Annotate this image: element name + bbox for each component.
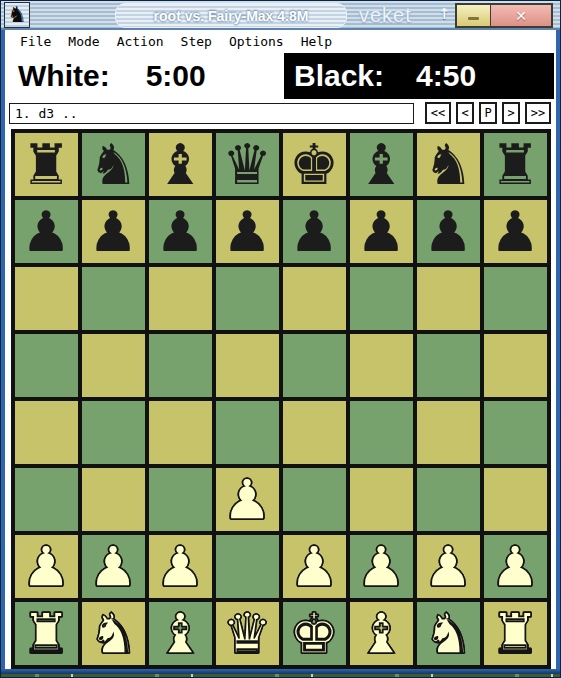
square-c8[interactable]: ♝ [149, 133, 212, 196]
white-pawn[interactable]: ♟ [222, 468, 272, 531]
menu-file[interactable]: File [20, 34, 51, 49]
square-f1[interactable]: ♝ [350, 602, 413, 665]
square-c7[interactable]: ♟ [149, 200, 212, 263]
square-a8[interactable]: ♜ [15, 133, 78, 196]
black-bishop[interactable]: ♝ [356, 133, 406, 196]
black-pawn[interactable]: ♟ [88, 200, 138, 263]
minimize-button[interactable] [457, 5, 490, 26]
xboard-window: ♞ root vs. Fairy-Max 4.8M veket ↑ ✕ File… [0, 0, 561, 678]
black-rook[interactable]: ♜ [21, 133, 71, 196]
square-b6[interactable] [82, 267, 145, 330]
square-g5[interactable] [417, 334, 480, 397]
white-pawn[interactable]: ♟ [88, 535, 138, 598]
square-c3[interactable] [149, 468, 212, 531]
window-body: File Mode Action Step Options Help White… [1, 30, 560, 669]
white-bishop[interactable]: ♝ [356, 602, 406, 665]
square-a7[interactable]: ♟ [15, 200, 78, 263]
square-c1[interactable]: ♝ [149, 602, 212, 665]
square-d7[interactable]: ♟ [216, 200, 279, 263]
square-g6[interactable] [417, 267, 480, 330]
black-clock: Black: 4:50 [284, 53, 554, 99]
square-f2[interactable]: ♟ [350, 535, 413, 598]
square-h6[interactable] [484, 267, 547, 330]
forward-to-end-button[interactable]: >> [525, 102, 551, 124]
black-knight[interactable]: ♞ [423, 133, 473, 196]
black-pawn[interactable]: ♟ [222, 200, 272, 263]
white-pawn[interactable]: ♟ [423, 535, 473, 598]
white-clock-label: White: [18, 59, 110, 93]
forward-button[interactable]: > [502, 102, 520, 124]
black-king[interactable]: ♚ [289, 133, 339, 196]
square-e7[interactable]: ♟ [283, 200, 346, 263]
square-a2[interactable]: ♟ [15, 535, 78, 598]
square-c6[interactable] [149, 267, 212, 330]
square-f4[interactable] [350, 401, 413, 464]
square-h5[interactable] [484, 334, 547, 397]
square-g3[interactable] [417, 468, 480, 531]
square-h4[interactable] [484, 401, 547, 464]
square-b7[interactable]: ♟ [82, 200, 145, 263]
white-pawn[interactable]: ♟ [356, 535, 406, 598]
app-menu-button[interactable]: ♞ [4, 2, 30, 28]
square-d5[interactable] [216, 334, 279, 397]
menu-bar: File Mode Action Step Options Help [5, 30, 556, 52]
black-pawn[interactable]: ♟ [289, 200, 339, 263]
nav-buttons: << < P > >> [425, 102, 551, 124]
white-rook[interactable]: ♜ [490, 602, 540, 665]
square-h3[interactable] [484, 468, 547, 531]
square-a1[interactable]: ♜ [15, 602, 78, 665]
wm-label: veket [359, 4, 412, 27]
square-h1[interactable]: ♜ [484, 602, 547, 665]
square-f3[interactable] [350, 468, 413, 531]
square-g2[interactable]: ♟ [417, 535, 480, 598]
menu-options[interactable]: Options [229, 34, 284, 49]
menu-help[interactable]: Help [301, 34, 332, 49]
move-input[interactable]: 1. d3 .. [9, 103, 414, 124]
close-icon: ✕ [515, 8, 527, 24]
window-buttons: ✕ [455, 3, 553, 28]
white-pawn[interactable]: ♟ [21, 535, 71, 598]
square-e8[interactable]: ♚ [283, 133, 346, 196]
white-pawn[interactable]: ♟ [289, 535, 339, 598]
menu-step[interactable]: Step [181, 34, 212, 49]
white-pawn[interactable]: ♟ [490, 535, 540, 598]
square-b3[interactable] [82, 468, 145, 531]
menu-action[interactable]: Action [117, 34, 164, 49]
white-clock-time: 5:00 [146, 59, 206, 93]
square-c4[interactable] [149, 401, 212, 464]
square-g8[interactable]: ♞ [417, 133, 480, 196]
square-b5[interactable] [82, 334, 145, 397]
pause-button[interactable]: P [479, 102, 497, 124]
title-bar[interactable]: ♞ root vs. Fairy-Max 4.8M veket ↑ ✕ [1, 1, 560, 30]
white-king[interactable]: ♚ [289, 602, 339, 665]
square-d6[interactable] [216, 267, 279, 330]
square-e3[interactable] [283, 468, 346, 531]
square-b2[interactable]: ♟ [82, 535, 145, 598]
black-clock-time: 4:50 [416, 59, 476, 93]
square-d3[interactable]: ♟ [216, 468, 279, 531]
black-pawn[interactable]: ♟ [356, 200, 406, 263]
close-button[interactable]: ✕ [491, 5, 551, 26]
black-queen[interactable]: ♛ [222, 133, 272, 196]
rewind-to-start-button[interactable]: << [425, 102, 451, 124]
square-a6[interactable] [15, 267, 78, 330]
square-d4[interactable] [216, 401, 279, 464]
black-clock-label: Black: [294, 59, 384, 93]
square-e1[interactable]: ♚ [283, 602, 346, 665]
square-e2[interactable]: ♟ [283, 535, 346, 598]
white-clock: White: 5:00 [5, 59, 206, 93]
white-pawn[interactable]: ♟ [155, 535, 205, 598]
square-e5[interactable] [283, 334, 346, 397]
square-h8[interactable]: ♜ [484, 133, 547, 196]
back-button[interactable]: < [456, 102, 474, 124]
square-d2[interactable] [216, 535, 279, 598]
square-c2[interactable]: ♟ [149, 535, 212, 598]
white-rook[interactable]: ♜ [21, 602, 71, 665]
square-d8[interactable]: ♛ [216, 133, 279, 196]
white-knight[interactable]: ♞ [423, 602, 473, 665]
square-g4[interactable] [417, 401, 480, 464]
square-f5[interactable] [350, 334, 413, 397]
minimize-icon [468, 17, 479, 20]
desktop-background [1, 674, 560, 677]
square-d1[interactable]: ♛ [216, 602, 279, 665]
window-title: root vs. Fairy-Max 4.8M [115, 3, 347, 28]
white-bishop[interactable]: ♝ [155, 602, 205, 665]
square-a4[interactable] [15, 401, 78, 464]
menu-mode[interactable]: Mode [68, 34, 99, 49]
square-a5[interactable] [15, 334, 78, 397]
shade-arrow-icon[interactable]: ↑ [438, 5, 451, 23]
square-e6[interactable] [283, 267, 346, 330]
square-a3[interactable] [15, 468, 78, 531]
square-b1[interactable]: ♞ [82, 602, 145, 665]
square-h7[interactable]: ♟ [484, 200, 547, 263]
square-g7[interactable]: ♟ [417, 200, 480, 263]
square-b4[interactable] [82, 401, 145, 464]
square-b8[interactable]: ♞ [82, 133, 145, 196]
black-pawn[interactable]: ♟ [490, 200, 540, 263]
white-queen[interactable]: ♛ [222, 602, 272, 665]
white-knight[interactable]: ♞ [88, 602, 138, 665]
square-c5[interactable] [149, 334, 212, 397]
black-pawn[interactable]: ♟ [423, 200, 473, 263]
black-pawn[interactable]: ♟ [155, 200, 205, 263]
move-bar: 1. d3 .. << < P > >> [5, 99, 556, 127]
black-bishop[interactable]: ♝ [155, 133, 205, 196]
clock-row: White: 5:00 Black: 4:50 [5, 52, 556, 99]
square-f7[interactable]: ♟ [350, 200, 413, 263]
square-f6[interactable] [350, 267, 413, 330]
square-e4[interactable] [283, 401, 346, 464]
knight-icon: ♞ [7, 4, 27, 26]
black-pawn[interactable]: ♟ [21, 200, 71, 263]
chess-board: ♜♞♝♛♚♝♞♜♟♟♟♟♟♟♟♟♟♟♟♟♟♟♟♟♜♞♝♛♚♝♞♜ [11, 129, 551, 669]
square-h2[interactable]: ♟ [484, 535, 547, 598]
square-f8[interactable]: ♝ [350, 133, 413, 196]
black-knight[interactable]: ♞ [88, 133, 138, 196]
square-g1[interactable]: ♞ [417, 602, 480, 665]
black-rook[interactable]: ♜ [490, 133, 540, 196]
